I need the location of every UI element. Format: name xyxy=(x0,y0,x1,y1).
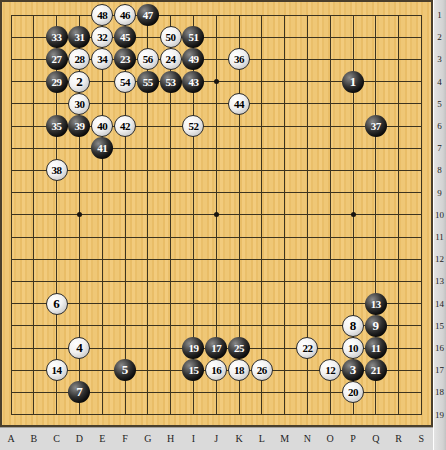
star-point-J10 xyxy=(214,212,219,217)
go-board[interactable]: 1234567891011121314151617181920212223242… xyxy=(0,0,433,427)
row-label-7: 7 xyxy=(433,143,446,153)
stone-black-35-C6: 35 xyxy=(46,115,68,137)
row-label-18: 18 xyxy=(433,387,446,397)
stone-white-40-E6: 40 xyxy=(91,115,113,137)
col-label-N: N xyxy=(298,433,316,444)
row-label-6: 6 xyxy=(433,121,446,131)
row-coordinate-strip: 12345678910111213141516171819 xyxy=(433,0,446,450)
row-label-5: 5 xyxy=(433,99,446,109)
stone-black-49-I3: 49 xyxy=(182,48,204,70)
col-label-G: G xyxy=(139,433,157,444)
col-label-Q: Q xyxy=(367,433,385,444)
stone-black-21-Q17: 21 xyxy=(365,359,387,381)
stone-black-13-Q14: 13 xyxy=(365,293,387,315)
col-label-B: B xyxy=(25,433,43,444)
stone-white-4-D16: 4 xyxy=(68,337,90,359)
row-label-15: 15 xyxy=(433,321,446,331)
stone-white-44-K5: 44 xyxy=(228,93,250,115)
stone-black-41-E7: 41 xyxy=(91,137,113,159)
stone-white-48-E1: 48 xyxy=(91,4,113,26)
row-label-3: 3 xyxy=(433,54,446,64)
stone-white-20-P18: 20 xyxy=(342,381,364,403)
stone-white-34-E3: 34 xyxy=(91,48,113,70)
stone-black-37-Q6: 37 xyxy=(365,115,387,137)
stone-white-14-C17: 14 xyxy=(46,359,68,381)
row-label-2: 2 xyxy=(433,32,446,42)
stone-black-55-G4: 55 xyxy=(137,71,159,93)
grid-line-horizontal xyxy=(11,414,422,415)
stone-white-52-I6: 52 xyxy=(182,115,204,137)
col-label-I: I xyxy=(184,433,202,444)
stone-white-6-C14: 6 xyxy=(46,293,68,315)
row-label-1: 1 xyxy=(433,10,446,20)
stone-black-3-P17: 3 xyxy=(342,359,364,381)
col-label-R: R xyxy=(390,433,408,444)
star-point-J4 xyxy=(214,79,219,84)
stone-black-47-G1: 47 xyxy=(137,4,159,26)
col-label-L: L xyxy=(253,433,271,444)
grid-line-horizontal xyxy=(11,259,422,260)
stone-white-56-G3: 56 xyxy=(137,48,159,70)
col-label-O: O xyxy=(321,433,339,444)
stone-black-15-I17: 15 xyxy=(182,359,204,381)
stone-white-22-N16: 22 xyxy=(296,337,318,359)
stone-black-1-P4: 1 xyxy=(342,71,364,93)
col-label-P: P xyxy=(344,433,362,444)
stone-white-24-H3: 24 xyxy=(160,48,182,70)
row-label-14: 14 xyxy=(433,299,446,309)
col-label-K: K xyxy=(230,433,248,444)
stone-white-2-D4: 2 xyxy=(68,71,90,93)
grid-line-horizontal xyxy=(11,303,422,304)
row-label-8: 8 xyxy=(433,165,446,175)
stone-white-16-J17: 16 xyxy=(205,359,227,381)
stone-white-46-F1: 46 xyxy=(114,4,136,26)
stone-black-51-I2: 51 xyxy=(182,26,204,48)
stone-black-29-C4: 29 xyxy=(46,71,68,93)
stone-black-25-K16: 25 xyxy=(228,337,250,359)
stone-black-17-J16: 17 xyxy=(205,337,227,359)
row-label-17: 17 xyxy=(433,365,446,375)
col-label-D: D xyxy=(70,433,88,444)
stone-white-26-L17: 26 xyxy=(251,359,273,381)
stone-white-30-D5: 30 xyxy=(68,93,90,115)
grid-line-horizontal xyxy=(11,281,422,282)
grid-line-vertical xyxy=(261,15,262,416)
star-point-D10 xyxy=(77,212,82,217)
stone-black-39-D6: 39 xyxy=(68,115,90,137)
col-label-S: S xyxy=(412,433,430,444)
stone-black-31-D2: 31 xyxy=(68,26,90,48)
grid-line-vertical xyxy=(421,15,422,416)
stone-white-28-D3: 28 xyxy=(68,48,90,70)
stone-black-33-C2: 33 xyxy=(46,26,68,48)
stone-white-38-C8: 38 xyxy=(46,159,68,181)
row-label-10: 10 xyxy=(433,210,446,220)
row-label-19: 19 xyxy=(433,410,446,420)
grid-line-vertical xyxy=(398,15,399,416)
go-diagram: 1234567891011121314151617181920212223242… xyxy=(0,0,446,450)
stone-white-12-O17: 12 xyxy=(319,359,341,381)
stone-black-43-I4: 43 xyxy=(182,71,204,93)
stone-white-18-K17: 18 xyxy=(228,359,250,381)
col-label-F: F xyxy=(116,433,134,444)
row-label-11: 11 xyxy=(433,232,446,242)
col-label-J: J xyxy=(207,433,225,444)
row-label-12: 12 xyxy=(433,254,446,264)
col-label-A: A xyxy=(2,433,20,444)
grid-line-vertical xyxy=(330,15,331,416)
column-coordinate-strip: ABCDEFGHIJKLMNOPQRS xyxy=(0,427,433,450)
stone-black-7-D18: 7 xyxy=(68,381,90,403)
col-label-C: C xyxy=(48,433,66,444)
stone-black-23-F3: 23 xyxy=(114,48,136,70)
col-label-E: E xyxy=(93,433,111,444)
stone-white-54-F4: 54 xyxy=(114,71,136,93)
row-label-9: 9 xyxy=(433,188,446,198)
stone-black-45-F2: 45 xyxy=(114,26,136,48)
stone-white-8-P15: 8 xyxy=(342,315,364,337)
stone-black-19-I16: 19 xyxy=(182,337,204,359)
row-label-13: 13 xyxy=(433,276,446,286)
stone-black-53-H4: 53 xyxy=(160,71,182,93)
row-label-4: 4 xyxy=(433,77,446,87)
stone-white-36-K3: 36 xyxy=(228,48,250,70)
stone-black-11-Q16: 11 xyxy=(365,337,387,359)
stone-black-9-Q15: 9 xyxy=(365,315,387,337)
grid-line-horizontal xyxy=(11,237,422,238)
stone-black-5-F17: 5 xyxy=(114,359,136,381)
col-label-M: M xyxy=(276,433,294,444)
stone-white-32-E2: 32 xyxy=(91,26,113,48)
star-point-P10 xyxy=(351,212,356,217)
grid-line-vertical xyxy=(284,15,285,416)
stone-white-50-H2: 50 xyxy=(160,26,182,48)
stone-white-42-F6: 42 xyxy=(114,115,136,137)
stone-white-10-P16: 10 xyxy=(342,337,364,359)
stone-black-27-C3: 27 xyxy=(46,48,68,70)
col-label-H: H xyxy=(162,433,180,444)
row-label-16: 16 xyxy=(433,343,446,353)
